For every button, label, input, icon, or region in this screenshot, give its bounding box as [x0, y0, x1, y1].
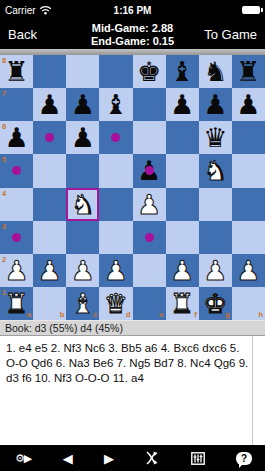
- rank-label-8: 8: [2, 56, 6, 65]
- square-e3[interactable]: [133, 221, 166, 254]
- shuffle-icon[interactable]: [145, 451, 159, 465]
- black-piece-p: ♟: [232, 88, 265, 121]
- square-c6[interactable]: ♟: [66, 121, 99, 154]
- black-piece-b: ♝: [99, 88, 132, 121]
- square-d3[interactable]: [99, 221, 132, 254]
- square-a6[interactable]: ♟6: [0, 121, 33, 154]
- square-b5[interactable]: [33, 154, 66, 187]
- black-piece-b: ♝: [166, 55, 199, 88]
- square-d8[interactable]: [99, 55, 132, 88]
- square-g7[interactable]: ♟: [199, 88, 232, 121]
- white-piece-p: ♟: [33, 254, 66, 287]
- square-a8[interactable]: ♜8: [0, 55, 33, 88]
- black-piece-q: ♛: [199, 121, 232, 154]
- square-c5[interactable]: [66, 154, 99, 187]
- square-f4[interactable]: [166, 188, 199, 221]
- square-a2[interactable]: ♟2: [0, 254, 33, 287]
- help-icon[interactable]: ?: [236, 452, 252, 465]
- square-g8[interactable]: ♞: [199, 55, 232, 88]
- file-label-d: d: [126, 310, 131, 319]
- square-b4[interactable]: [33, 188, 66, 221]
- rank-label-2: 2: [2, 255, 6, 264]
- previous-move-icon[interactable]: ◀: [63, 452, 73, 465]
- engine-move-icon[interactable]: ⚙▶: [15, 453, 31, 464]
- square-a4[interactable]: 4: [0, 188, 33, 221]
- file-label-f: f: [194, 310, 197, 319]
- rank-label-6: 6: [2, 122, 6, 131]
- square-b1[interactable]: b: [33, 287, 66, 320]
- square-a1[interactable]: ♜1a: [0, 287, 33, 320]
- square-h5[interactable]: [232, 154, 265, 187]
- bottom-toolbar: ⚙▶ ◀ ▶ ?: [0, 445, 265, 471]
- square-h6[interactable]: [232, 121, 265, 154]
- white-piece-p: ♟: [66, 254, 99, 287]
- rank-label-1: 1: [2, 288, 6, 297]
- black-piece-p: ♟: [33, 88, 66, 121]
- legal-move-dot: [12, 233, 21, 242]
- square-h4[interactable]: [232, 188, 265, 221]
- move-list-text: 1. e4 e5 2. Nf3 Nc6 3. Bb5 a6 4. Bxc6 dx…: [6, 342, 248, 384]
- square-b7[interactable]: ♟: [33, 88, 66, 121]
- square-a5[interactable]: 5: [0, 154, 33, 187]
- white-piece-n: ♞: [66, 188, 99, 221]
- square-e2[interactable]: [133, 254, 166, 287]
- square-d5[interactable]: [99, 154, 132, 187]
- square-g2[interactable]: ♟: [199, 254, 232, 287]
- square-e4[interactable]: ♟: [133, 188, 166, 221]
- back-button[interactable]: Back: [0, 27, 37, 42]
- square-b6[interactable]: [33, 121, 66, 154]
- file-label-a: a: [27, 310, 31, 319]
- black-piece-p: ♟: [199, 88, 232, 121]
- file-label-c: c: [93, 310, 97, 319]
- square-h8[interactable]: ♜: [232, 55, 265, 88]
- square-d6[interactable]: [99, 121, 132, 154]
- chess-board: ♜8♚♝♞♜7♟♟♝♟♟♟♟6♟♛5♟♞4♞♟3♟2♟♟♟♟♟♟♜1ab♝c♛d…: [0, 55, 265, 320]
- square-c4[interactable]: ♞: [66, 188, 99, 221]
- battery-icon: [242, 6, 260, 14]
- settings-sliders-icon[interactable]: [191, 452, 205, 465]
- square-f7[interactable]: ♟: [166, 88, 199, 121]
- square-e5[interactable]: ♟: [133, 154, 166, 187]
- white-piece-p: ♟: [133, 188, 166, 221]
- square-c1[interactable]: ♝c: [66, 287, 99, 320]
- square-h7[interactable]: ♟: [232, 88, 265, 121]
- file-label-g: g: [225, 310, 230, 319]
- legal-move-dot: [111, 133, 120, 142]
- black-piece-p: ♟: [66, 121, 99, 154]
- black-piece-p: ♟: [166, 88, 199, 121]
- square-g6[interactable]: ♛: [199, 121, 232, 154]
- square-h1[interactable]: h: [232, 287, 265, 320]
- square-c8[interactable]: [66, 55, 99, 88]
- file-label-b: b: [60, 310, 65, 319]
- clock: 1:16 PM: [0, 5, 265, 16]
- file-label-e: e: [159, 310, 163, 319]
- move-list[interactable]: 1. e4 e5 2. Nf3 Nc6 3. Bb5 a6 4. Bxc6 dx…: [0, 336, 265, 445]
- square-h2[interactable]: ♟: [232, 254, 265, 287]
- square-d2[interactable]: ♟: [99, 254, 132, 287]
- square-c7[interactable]: ♟: [66, 88, 99, 121]
- square-f8[interactable]: ♝: [166, 55, 199, 88]
- square-h3[interactable]: [232, 221, 265, 254]
- white-piece-p: ♟: [99, 254, 132, 287]
- square-f2[interactable]: ♟: [166, 254, 199, 287]
- square-c3[interactable]: [66, 221, 99, 254]
- square-e6[interactable]: [133, 121, 166, 154]
- black-piece-p: ♟: [66, 88, 99, 121]
- status-bar: Carrier 1:16 PM: [0, 0, 265, 20]
- square-g3[interactable]: [199, 221, 232, 254]
- to-game-button[interactable]: To Game: [204, 27, 265, 42]
- square-f3[interactable]: [166, 221, 199, 254]
- square-d4[interactable]: [99, 188, 132, 221]
- square-g4[interactable]: [199, 188, 232, 221]
- white-piece-p: ♟: [232, 254, 265, 287]
- square-g5[interactable]: ♞: [199, 154, 232, 187]
- rank-label-7: 7: [2, 89, 6, 98]
- square-a3[interactable]: 3: [0, 221, 33, 254]
- square-d1[interactable]: ♛d: [99, 287, 132, 320]
- square-e1[interactable]: e: [133, 287, 166, 320]
- book-moves-bar: Book: d3 (55%) d4 (45%): [0, 320, 265, 336]
- white-piece-p: ♟: [199, 254, 232, 287]
- rank-label-4: 4: [2, 189, 6, 198]
- scrollbar-track[interactable]: [252, 336, 253, 445]
- legal-move-dot: [45, 133, 54, 142]
- square-b8[interactable]: [33, 55, 66, 88]
- legal-move-dot: [12, 166, 21, 175]
- square-e8[interactable]: ♚: [133, 55, 166, 88]
- square-b2[interactable]: ♟: [33, 254, 66, 287]
- nav-bar: Back Mid-Game: 2.88 End-Game: 0.15 To Ga…: [0, 20, 265, 49]
- square-c2[interactable]: ♟: [66, 254, 99, 287]
- square-a7[interactable]: 7: [0, 88, 33, 121]
- rank-label-3: 3: [2, 222, 6, 231]
- legal-move-dot: [145, 233, 154, 242]
- square-f6[interactable]: [166, 121, 199, 154]
- black-piece-r: ♜: [232, 55, 265, 88]
- square-b3[interactable]: [33, 221, 66, 254]
- square-f1[interactable]: ♜f: [166, 287, 199, 320]
- white-piece-n: ♞: [199, 154, 232, 187]
- square-f5[interactable]: [166, 154, 199, 187]
- legal-move-dot: [145, 166, 154, 175]
- white-piece-p: ♟: [166, 254, 199, 287]
- black-piece-k: ♚: [133, 55, 166, 88]
- file-label-h: h: [258, 310, 263, 319]
- black-piece-n: ♞: [199, 55, 232, 88]
- square-d7[interactable]: ♝: [99, 88, 132, 121]
- square-e7[interactable]: [133, 88, 166, 121]
- next-move-icon[interactable]: ▶: [104, 452, 114, 465]
- square-g1[interactable]: ♚g: [199, 287, 232, 320]
- rank-label-5: 5: [2, 155, 6, 164]
